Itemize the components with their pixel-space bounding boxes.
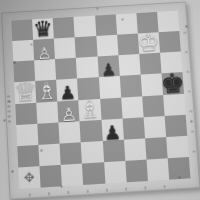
board-corner-logo-icon: ✥ <box>18 166 40 189</box>
board-square[interactable] <box>164 114 187 136</box>
board-square[interactable] <box>146 158 169 181</box>
board-square[interactable] <box>157 11 179 33</box>
board-square[interactable] <box>166 136 189 159</box>
board-square[interactable] <box>96 35 118 57</box>
board-square[interactable] <box>124 138 147 161</box>
black-king[interactable]: ♚ <box>161 72 184 94</box>
board-square[interactable] <box>55 58 77 80</box>
board-square[interactable] <box>61 163 84 186</box>
board-square[interactable] <box>104 161 127 184</box>
board-square[interactable] <box>168 157 191 180</box>
black-pawn-glyph: ♟ <box>103 123 121 142</box>
dust-specks <box>0 0 1 1</box>
white-bishop-glyph: ♗ <box>78 98 101 122</box>
white-pawn-glyph: ♙ <box>37 46 52 62</box>
board-square[interactable] <box>11 19 33 41</box>
board-square[interactable] <box>54 37 76 59</box>
board-square[interactable] <box>12 40 34 62</box>
board-square[interactable] <box>60 142 83 165</box>
white-pawn-glyph: ♙ <box>60 105 77 123</box>
photo-background: ✥ ♛♙♔♟♕♗♟♚♙♗♟ <box>0 0 200 200</box>
board-square[interactable] <box>95 14 117 36</box>
board-square[interactable] <box>17 145 39 168</box>
board-playing-area: ✥ ♛♙♔♟♕♗♟♚♙♗♟ <box>11 11 190 189</box>
board-square[interactable] <box>158 31 180 53</box>
board-square[interactable] <box>81 141 104 164</box>
board-square[interactable] <box>117 34 139 56</box>
board-square[interactable] <box>143 116 166 138</box>
chess-board: ✥ ♛♙♔♟♕♗♟♚♙♗♟ <box>1 1 200 199</box>
white-king-glyph: ♔ <box>137 32 160 56</box>
board-square[interactable] <box>82 162 105 185</box>
board-square[interactable] <box>121 96 144 118</box>
white-queen-glyph: ♕ <box>13 79 37 105</box>
board-square[interactable] <box>145 137 168 160</box>
board-square[interactable] <box>122 117 145 140</box>
board-square[interactable] <box>118 54 140 76</box>
white-king[interactable]: ♔ <box>138 32 160 54</box>
board-square[interactable] <box>125 159 148 182</box>
left-margin-brand-mark <box>7 95 11 125</box>
board-square[interactable] <box>119 75 141 97</box>
board-square[interactable] <box>53 17 75 39</box>
board-square[interactable] <box>115 13 137 35</box>
black-pawn-glyph: ♟ <box>100 62 116 79</box>
white-bishop[interactable]: ♗ <box>35 80 57 102</box>
white-pawn[interactable]: ♙ <box>57 100 79 122</box>
board-square[interactable] <box>75 36 97 58</box>
board-square[interactable] <box>39 143 61 166</box>
white-bishop-glyph: ♗ <box>36 81 58 104</box>
black-pawn[interactable]: ♟ <box>101 118 124 141</box>
board-square[interactable] <box>37 122 59 145</box>
board-square[interactable] <box>100 97 122 119</box>
board-square[interactable] <box>74 16 96 38</box>
black-king-glyph: ♚ <box>160 69 186 96</box>
board-square[interactable] <box>16 123 38 146</box>
black-pawn[interactable]: ♟ <box>97 55 119 77</box>
board-square[interactable] <box>40 165 63 188</box>
white-queen[interactable]: ♕ <box>14 81 36 103</box>
board-square[interactable] <box>76 57 98 79</box>
board-square[interactable]: ✥ <box>18 166 40 189</box>
black-queen[interactable]: ♛ <box>32 18 54 40</box>
white-bishop[interactable]: ♗ <box>79 98 101 120</box>
white-pawn[interactable]: ♙ <box>33 39 55 61</box>
black-pawn[interactable]: ♟ <box>56 79 78 101</box>
photo-of-chessboard: ✥ ♛♙♔♟♕♗♟♚♙♗♟ <box>0 0 200 200</box>
